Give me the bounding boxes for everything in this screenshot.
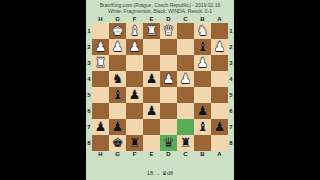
square-f2[interactable]: ♟	[126, 39, 143, 55]
square-g1[interactable]: ♚	[109, 23, 126, 39]
piece-black-pawn: ♟	[126, 87, 143, 103]
piece-white-pawn: ♟	[126, 39, 143, 55]
piece-white-bishop: ♝	[126, 23, 143, 39]
square-g7[interactable]: ♟	[109, 119, 126, 135]
piece-black-pawn: ♟	[109, 119, 126, 135]
file-label-top-f: F	[126, 16, 143, 23]
piece-black-rook: ♜	[177, 135, 194, 151]
square-g5[interactable]: ♝	[109, 87, 126, 103]
piece-white-pawn: ♟	[160, 71, 177, 87]
square-d7[interactable]	[160, 119, 177, 135]
square-f6[interactable]	[126, 103, 143, 119]
square-b6[interactable]: ♟	[194, 103, 211, 119]
square-c5[interactable]	[177, 87, 194, 103]
piece-black-rook: ♜	[126, 135, 143, 151]
square-c2[interactable]	[177, 39, 194, 55]
piece-white-king: ♚	[109, 23, 126, 39]
square-d5[interactable]	[160, 87, 177, 103]
square-b4[interactable]	[194, 71, 211, 87]
piece-black-bishop: ♝	[194, 39, 211, 55]
piece-white-pawn: ♟	[211, 39, 228, 55]
square-h2[interactable]: ♟	[92, 39, 109, 55]
square-b8[interactable]	[194, 135, 211, 151]
file-label-bottom-g: G	[109, 151, 126, 158]
square-d6[interactable]	[160, 103, 177, 119]
square-h4[interactable]	[92, 71, 109, 87]
file-label-bottom-e: E	[143, 151, 160, 158]
square-c7[interactable]	[177, 119, 194, 135]
square-e3[interactable]	[143, 55, 160, 71]
piece-white-knight: ♞	[194, 23, 211, 39]
file-label-bottom-h: H	[92, 151, 109, 158]
piece-black-pawn: ♟	[92, 119, 109, 135]
square-d2[interactable]	[160, 39, 177, 55]
move-caption: 18. ... ♛d8	[86, 170, 234, 176]
file-label-top-a: A	[211, 16, 228, 23]
square-b1[interactable]: ♞	[194, 23, 211, 39]
square-b7[interactable]: ♝	[194, 119, 211, 135]
square-a6[interactable]	[211, 103, 228, 119]
square-c1[interactable]	[177, 23, 194, 39]
square-e4[interactable]: ♟	[143, 71, 160, 87]
chess-board-area: HGFEDCBA 12345678 ♚♝♜♛♞♟♟♟♝♟♜♟♞♟♟♟♝♟♟♟♟♟…	[86, 16, 234, 158]
square-e7[interactable]	[143, 119, 160, 135]
square-a5[interactable]	[211, 87, 228, 103]
file-label-top-h: H	[92, 16, 109, 23]
square-b5[interactable]	[194, 87, 211, 103]
file-label-bottom-b: B	[194, 151, 211, 158]
square-f5[interactable]: ♟	[126, 87, 143, 103]
square-g3[interactable]	[109, 55, 126, 71]
piece-white-pawn: ♟	[177, 71, 194, 87]
square-f3[interactable]	[126, 55, 143, 71]
piece-black-pawn: ♟	[194, 103, 211, 119]
file-label-top-d: D	[160, 16, 177, 23]
square-h3[interactable]: ♜	[92, 55, 109, 71]
square-e8[interactable]	[143, 135, 160, 151]
piece-white-rook: ♜	[143, 23, 160, 39]
piece-black-queen: ♛	[160, 135, 177, 151]
square-e6[interactable]: ♟	[143, 103, 160, 119]
piece-black-bishop: ♝	[109, 87, 126, 103]
piece-black-pawn: ♟	[143, 103, 160, 119]
board-grid: ♚♝♜♛♞♟♟♟♝♟♜♟♞♟♟♟♝♟♟♟♟♟♝♟♚♜♛♜	[92, 23, 228, 151]
square-g8[interactable]: ♚	[109, 135, 126, 151]
square-g6[interactable]	[109, 103, 126, 119]
square-c6[interactable]	[177, 103, 194, 119]
letterboxed-screenshot: BrainKing.com (Prague, Czech Republic) -…	[0, 0, 320, 180]
file-label-top-e: E	[143, 16, 160, 23]
square-d3[interactable]	[160, 55, 177, 71]
piece-white-pawn: ♟	[194, 55, 211, 71]
file-label-bottom-a: A	[211, 151, 228, 158]
square-a1[interactable]	[211, 23, 228, 39]
piece-black-bishop: ♝	[194, 119, 211, 135]
square-d1[interactable]: ♛	[160, 23, 177, 39]
letterbox-left	[0, 0, 86, 180]
piece-black-pawn: ♟	[211, 119, 228, 135]
square-f8[interactable]: ♜	[126, 135, 143, 151]
square-h8[interactable]	[92, 135, 109, 151]
file-label-top-b: B	[194, 16, 211, 23]
square-e1[interactable]: ♜	[143, 23, 160, 39]
file-labels-top: HGFEDCBA	[92, 16, 228, 23]
game-header: BrainKing.com (Prague, Czech Republic) -…	[86, 0, 234, 14]
file-label-bottom-c: C	[177, 151, 194, 158]
piece-white-rook: ♜	[92, 55, 109, 71]
letterbox-right	[234, 0, 320, 180]
square-c3[interactable]	[177, 55, 194, 71]
square-a8[interactable]	[211, 135, 228, 151]
square-d4[interactable]: ♟	[160, 71, 177, 87]
square-f7[interactable]	[126, 119, 143, 135]
square-e2[interactable]	[143, 39, 160, 55]
square-f4[interactable]	[126, 71, 143, 87]
square-b3[interactable]: ♟	[194, 55, 211, 71]
square-h6[interactable]	[92, 103, 109, 119]
square-c8[interactable]: ♜	[177, 135, 194, 151]
square-f1[interactable]: ♝	[126, 23, 143, 39]
header-players-line: White: Fragmenton, Black: WINDA, Result:…	[86, 9, 234, 15]
piece-white-queen: ♛	[160, 23, 177, 39]
piece-black-knight: ♞	[109, 71, 126, 87]
piece-black-pawn: ♟	[143, 71, 160, 87]
square-a2[interactable]: ♟	[211, 39, 228, 55]
file-label-top-g: G	[109, 16, 126, 23]
game-panel: BrainKing.com (Prague, Czech Republic) -…	[86, 0, 234, 180]
square-b2[interactable]: ♝	[194, 39, 211, 55]
square-d8[interactable]: ♛	[160, 135, 177, 151]
square-h5[interactable]	[92, 87, 109, 103]
square-h7[interactable]: ♟	[92, 119, 109, 135]
square-a7[interactable]: ♟	[211, 119, 228, 135]
file-label-bottom-d: D	[160, 151, 177, 158]
square-h1[interactable]	[92, 23, 109, 39]
square-g4[interactable]: ♞	[109, 71, 126, 87]
square-e5[interactable]	[143, 87, 160, 103]
file-label-top-c: C	[177, 16, 194, 23]
square-g2[interactable]: ♟	[109, 39, 126, 55]
file-label-bottom-f: F	[126, 151, 143, 158]
square-a3[interactable]	[211, 55, 228, 71]
piece-black-king: ♚	[109, 135, 126, 151]
square-a4[interactable]	[211, 71, 228, 87]
piece-white-pawn: ♟	[92, 39, 109, 55]
square-c4[interactable]: ♟	[177, 71, 194, 87]
file-labels-bottom: HGFEDCBA	[92, 151, 228, 158]
piece-white-pawn: ♟	[109, 39, 126, 55]
